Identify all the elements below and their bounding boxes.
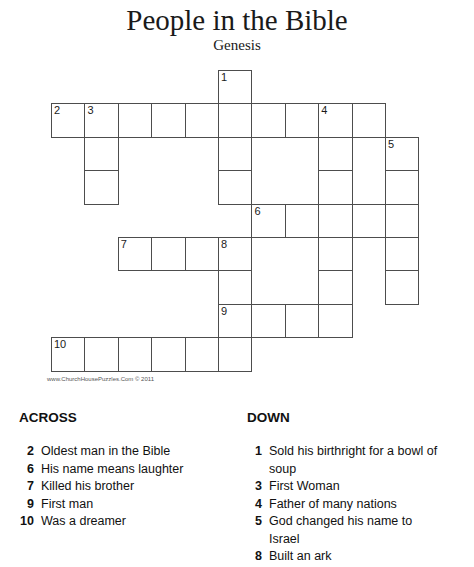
grid-cell-r2c8[interactable]	[318, 137, 352, 171]
cell-number: 2	[52, 104, 84, 116]
grid-cell-r4c8[interactable]	[318, 204, 352, 238]
grid-cell-r2c1[interactable]	[84, 137, 118, 171]
clue-text: Killed his brother	[41, 478, 134, 496]
grid-cell-r3c1[interactable]	[84, 170, 118, 204]
clue-text: Father of many nations	[269, 496, 397, 514]
clue-item: 6His name means laughter	[19, 461, 234, 479]
grid-cell-r0c5[interactable]: 1	[218, 70, 252, 104]
grid-cell-r8c3[interactable]	[151, 337, 185, 371]
clue-item: 5God changed his name toIsrael	[247, 513, 467, 548]
grid-cell-r5c5[interactable]: 8	[218, 237, 252, 271]
grid-cell-r1c1[interactable]: 3	[84, 103, 118, 137]
grid-cell-r8c1[interactable]	[84, 337, 118, 371]
cell-number: 9	[219, 305, 251, 317]
clue-number: 10	[19, 513, 34, 531]
clue-item: 1Sold his birthright for a bowl ofsoup	[247, 443, 467, 478]
clue-item: 7Killed his brother	[19, 478, 234, 496]
clue-text: His name means laughter	[41, 461, 183, 479]
clue-text: First Woman	[269, 478, 340, 496]
cell-number: 3	[85, 104, 117, 116]
clue-number: 7	[19, 478, 34, 496]
grid-cell-r7c6[interactable]	[251, 304, 285, 338]
clue-text: God changed his name toIsrael	[269, 513, 412, 548]
cell-number: 1	[219, 71, 251, 83]
clue-number: 1	[247, 443, 262, 478]
across-header: ACROSS	[19, 411, 234, 425]
clue-number: 8	[247, 548, 262, 566]
grid-cell-r1c2[interactable]	[118, 103, 152, 137]
cell-number: 6	[252, 205, 284, 217]
clue-item: 10Was a dreamer	[19, 513, 234, 531]
clue-item: 9First man	[19, 496, 234, 514]
grid-cell-r1c5[interactable]	[218, 103, 252, 137]
grid-cell-r2c10[interactable]: 5	[385, 137, 419, 171]
cell-number: 5	[386, 138, 418, 150]
grid-cell-r4c10[interactable]	[385, 204, 419, 238]
grid-cell-r1c8[interactable]: 4	[318, 103, 352, 137]
grid-cell-r8c2[interactable]	[118, 337, 152, 371]
crossword-grid: 12345678910	[51, 70, 420, 372]
across-clues-section: ACROSS 2Oldest man in the Bible6His name…	[19, 411, 234, 531]
grid-cell-r5c8[interactable]	[318, 237, 352, 271]
clue-text: Oldest man in the Bible	[41, 443, 170, 461]
grid-cell-r8c0[interactable]: 10	[51, 337, 85, 371]
grid-cell-r3c8[interactable]	[318, 170, 352, 204]
grid-cell-r1c0[interactable]: 2	[51, 103, 85, 137]
clue-number: 9	[19, 496, 34, 514]
grid-cell-r1c7[interactable]	[285, 103, 319, 137]
grid-cell-r3c5[interactable]	[218, 170, 252, 204]
grid-cell-r6c8[interactable]	[318, 270, 352, 304]
cell-number: 8	[219, 238, 251, 250]
grid-cell-r6c10[interactable]	[385, 270, 419, 304]
grid-cell-r7c8[interactable]	[318, 304, 352, 338]
clue-number: 2	[19, 443, 34, 461]
across-clue-list: 2Oldest man in the Bible6His name means …	[19, 443, 234, 531]
grid-cell-r4c6[interactable]: 6	[251, 204, 285, 238]
grid-cell-r5c3[interactable]	[151, 237, 185, 271]
clue-item: 8Built an ark	[247, 548, 467, 566]
grid-cell-r8c5[interactable]	[218, 337, 252, 371]
grid-cell-r2c5[interactable]	[218, 137, 252, 171]
clue-item: 4Father of many nations	[247, 496, 467, 514]
grid-cell-r5c2[interactable]: 7	[118, 237, 152, 271]
clue-number: 6	[19, 461, 34, 479]
grid-cell-r1c6[interactable]	[251, 103, 285, 137]
grid-cell-r3c10[interactable]	[385, 170, 419, 204]
grid-cell-r6c5[interactable]	[218, 270, 252, 304]
cell-number: 4	[319, 104, 351, 116]
grid-cell-r5c10[interactable]	[385, 237, 419, 271]
cell-number: 10	[52, 338, 84, 350]
down-clue-list: 1Sold his birthright for a bowl ofsoup3F…	[247, 443, 467, 566]
grid-cell-r1c4[interactable]	[185, 103, 219, 137]
down-clues-section: DOWN 1Sold his birthright for a bowl ofs…	[247, 411, 467, 566]
grid-cell-r4c7[interactable]	[285, 204, 319, 238]
clue-text: Sold his birthright for a bowl ofsoup	[269, 443, 437, 478]
puzzle-subtitle: Genesis	[0, 37, 474, 54]
clue-text: Was a dreamer	[41, 513, 126, 531]
grid-cell-r7c5[interactable]: 9	[218, 304, 252, 338]
clue-item: 3First Woman	[247, 478, 467, 496]
grid-cell-r5c4[interactable]	[185, 237, 219, 271]
clue-number: 3	[247, 478, 262, 496]
grid-cell-r4c9[interactable]	[352, 204, 386, 238]
clue-text: First man	[41, 496, 93, 514]
grid-cell-r8c4[interactable]	[185, 337, 219, 371]
cell-number: 7	[119, 238, 151, 250]
clue-number: 4	[247, 496, 262, 514]
clue-item: 2Oldest man in the Bible	[19, 443, 234, 461]
grid-cell-r1c9[interactable]	[352, 103, 386, 137]
down-header: DOWN	[247, 411, 467, 425]
puzzle-title: People in the Bible	[0, 5, 474, 37]
grid-cell-r7c7[interactable]	[285, 304, 319, 338]
copyright-text: www.ChurchHousePuzzles.Com © 2011	[47, 376, 154, 382]
grid-cell-r1c3[interactable]	[151, 103, 185, 137]
clue-text: Built an ark	[269, 548, 332, 566]
clue-number: 5	[247, 513, 262, 548]
